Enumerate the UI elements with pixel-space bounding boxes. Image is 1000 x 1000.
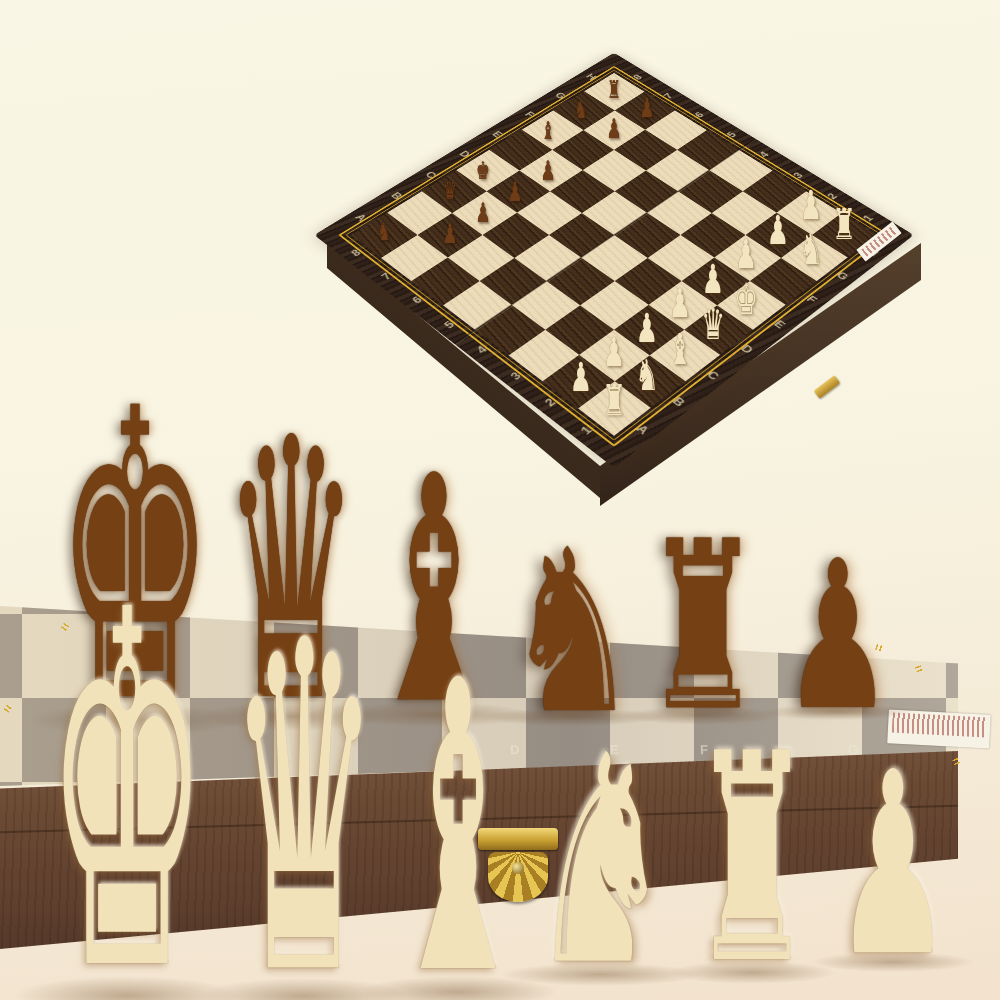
- chess-set-photo: 11AA22BB33CC44DD55EE66FF77GG88HH ♞♛♚♝♞♜♟…: [0, 0, 1000, 1000]
- display-piece-white-rook: ♜: [692, 717, 813, 1000]
- display-piece-white-king: ♚: [46, 549, 209, 1000]
- display-piece-white-queen: ♛: [229, 583, 380, 1000]
- display-piece-white-pawn: ♟: [834, 739, 951, 991]
- display-piece-white-knight: ♞: [529, 718, 674, 1000]
- display-piece-white-bishop: ♝: [386, 630, 529, 1000]
